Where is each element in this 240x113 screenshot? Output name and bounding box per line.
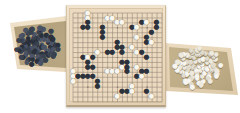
black-stone[interactable]: ●: [149, 30, 154, 35]
white-stone[interactable]: ●: [134, 35, 139, 40]
black-stone[interactable]: ●: [95, 84, 100, 89]
black-stone[interactable]: ●: [120, 50, 125, 55]
black-stone[interactable]: ●: [154, 25, 159, 30]
board-stones: ●●●●●●●●●●●●●●●●●●●●●●●●●●●●●●●●●●●●●●●●…: [73, 13, 162, 102]
white-stone[interactable]: ●: [120, 20, 125, 25]
black-stone[interactable]: ●: [144, 55, 149, 60]
white-stone[interactable]: ●: [115, 69, 120, 74]
black-stone[interactable]: ●: [110, 50, 115, 55]
go-set-photo: ●●●●●●●●●●●●●●●●●●●●●●●●●●●●●●●●●●●●●●●●…: [0, 0, 240, 113]
white-stone[interactable]: ●: [149, 94, 154, 99]
black-stone[interactable]: ●: [125, 69, 130, 74]
black-stone[interactable]: ●: [85, 25, 90, 30]
black-stone[interactable]: ●: [144, 69, 149, 74]
black-stone[interactable]: ●: [90, 65, 95, 70]
black-stone[interactable]: ●: [100, 35, 105, 40]
white-stone[interactable]: ●: [149, 40, 154, 45]
go-board[interactable]: ●●●●●●●●●●●●●●●●●●●●●●●●●●●●●●●●●●●●●●●●…: [66, 5, 166, 107]
white-stone[interactable]: ●: [129, 89, 134, 94]
white-stone[interactable]: ●: [95, 50, 100, 55]
white-stone[interactable]: ●: [71, 79, 76, 84]
white-stone[interactable]: ●: [134, 25, 139, 30]
white-stone[interactable]: ●: [144, 20, 149, 25]
white-stone[interactable]: ●: [115, 94, 120, 99]
white-stone[interactable]: ●: [139, 74, 144, 79]
